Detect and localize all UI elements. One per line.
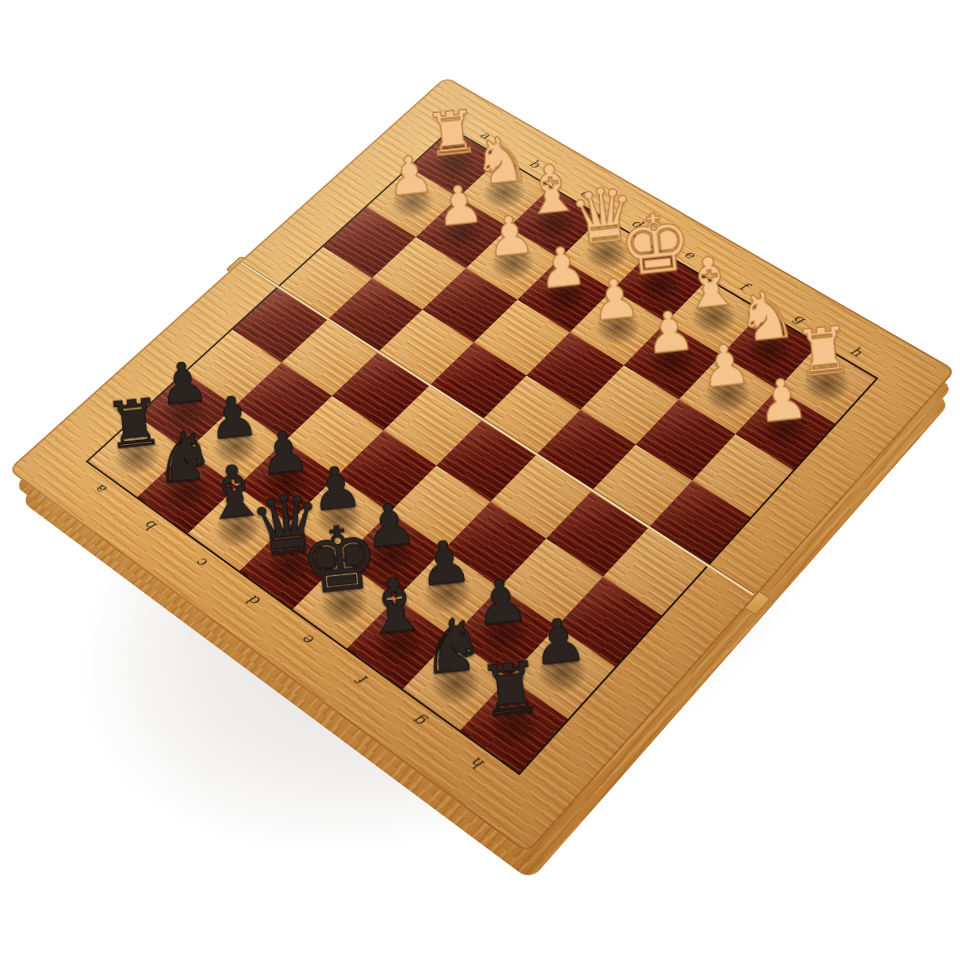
piece-contact-shadow (585, 301, 651, 353)
black-rook-icon: ♜ (476, 652, 546, 728)
piece-white-pawn-h2[interactable]: ♟ (735, 284, 820, 432)
piece-black-rook-h8[interactable]: ♜ (460, 568, 552, 728)
scene: aabbccddeeffgghh ♜♟♞♟♝♟♛♟♚♟♝♟♟♞♜♟♟♜♞♟♟♝♟… (0, 0, 960, 960)
white-pawn-icon: ♟ (754, 370, 810, 432)
